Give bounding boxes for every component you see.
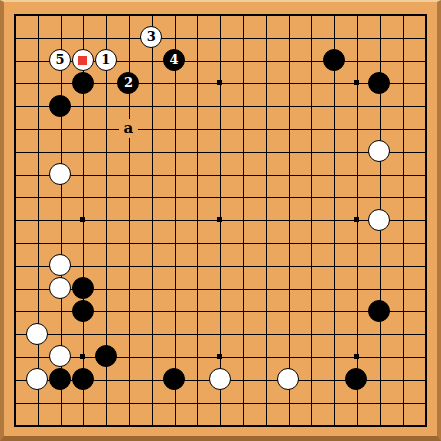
move-1-stone: 1 xyxy=(95,49,117,71)
white-stone xyxy=(26,323,48,345)
point-label-a: a xyxy=(119,119,138,138)
white-stone xyxy=(368,140,390,162)
black-stone xyxy=(72,277,94,299)
stones-layer: 12345a xyxy=(3,3,436,436)
white-stone xyxy=(49,163,71,185)
move-5-stone: 5 xyxy=(49,49,71,71)
black-stone xyxy=(345,368,367,390)
black-stone xyxy=(72,72,94,94)
white-stone xyxy=(49,277,71,299)
black-stone xyxy=(72,368,94,390)
black-stone xyxy=(72,300,94,322)
move-number: 2 xyxy=(124,76,133,90)
move-2-stone: 2 xyxy=(117,72,139,94)
white-stone xyxy=(277,368,299,390)
black-stone xyxy=(49,368,71,390)
move-number: 4 xyxy=(170,53,179,67)
black-stone xyxy=(49,95,71,117)
go-board: 12345a xyxy=(0,0,441,441)
move-number: 5 xyxy=(56,53,65,67)
marked-stone xyxy=(72,49,94,71)
move-3-stone: 3 xyxy=(140,26,162,48)
black-stone xyxy=(95,345,117,367)
white-stone xyxy=(49,254,71,276)
white-stone xyxy=(368,209,390,231)
black-stone xyxy=(368,300,390,322)
move-number: 3 xyxy=(147,30,156,44)
black-stone xyxy=(323,49,345,71)
white-stone xyxy=(26,368,48,390)
move-number: 1 xyxy=(101,53,110,67)
black-stone xyxy=(163,368,185,390)
move-4-stone: 4 xyxy=(163,49,185,71)
black-stone xyxy=(368,72,390,94)
white-stone xyxy=(49,345,71,367)
white-stone xyxy=(209,368,231,390)
red-square-mark-icon xyxy=(78,56,87,65)
